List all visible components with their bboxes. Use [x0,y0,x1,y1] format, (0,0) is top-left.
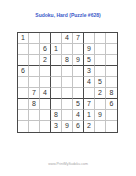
cell-r7c9: 6 [106,99,117,110]
cell-r4c4 [51,66,62,77]
cell-r7c5 [62,99,73,110]
cell-r5c5 [62,77,73,88]
cell-r4c7: 3 [84,66,95,77]
cell-r8c4: 8 [51,110,62,121]
cell-r1c5: 4 [62,33,73,44]
cell-r6c5 [62,88,73,99]
cell-r8c3 [40,110,51,121]
cell-r3c1 [18,55,29,66]
cell-r3c5: 8 [62,55,73,66]
cell-r1c8 [95,33,106,44]
cell-r5c4 [51,77,62,88]
cell-r2c9 [106,44,117,55]
cell-r6c1 [18,88,29,99]
cell-r7c1 [18,99,29,110]
cell-r1c9 [106,33,117,44]
cell-r5c9 [106,77,117,88]
cell-r1c1: 1 [18,33,29,44]
cell-r7c7: 7 [84,99,95,110]
cell-r9c6: 6 [73,121,84,132]
cell-r4c1: 6 [18,66,29,77]
cell-r1c4 [51,33,62,44]
cell-r5c8: 5 [95,77,106,88]
cell-r3c6: 9 [73,55,84,66]
cell-r2c6 [73,44,84,55]
cell-r3c4 [51,55,62,66]
cell-r9c7: 2 [84,121,95,132]
cell-r8c1 [18,110,29,121]
sudoku-page: Sudoku, Hard (Puzzle #628) 1476192895634… [0,0,136,176]
cell-r5c2 [29,77,40,88]
cell-r8c2 [29,110,40,121]
cell-r7c2: 8 [29,99,40,110]
page-title: Sudoku, Hard (Puzzle #628) [0,12,136,18]
cell-r4c6 [73,66,84,77]
cell-r5c1 [18,77,29,88]
cell-r8c9 [106,110,117,121]
cell-r8c5 [62,110,73,121]
cell-r1c2 [29,33,40,44]
cell-r8c7: 1 [84,110,95,121]
cell-r8c8: 9 [95,110,106,121]
cell-r9c2 [29,121,40,132]
cell-r3c2 [29,55,40,66]
cell-r9c8 [95,121,106,132]
cell-r6c9: 8 [106,88,117,99]
cell-r1c6: 7 [73,33,84,44]
cell-r9c3 [40,121,51,132]
cell-r4c5 [62,66,73,77]
footer-url: www.PrintMySudoku.com [0,162,136,166]
cell-r4c8 [95,66,106,77]
cell-r7c8 [95,99,106,110]
cell-r6c4 [51,88,62,99]
cell-r5c7: 4 [84,77,95,88]
cell-r6c6 [73,88,84,99]
cell-r1c3 [40,33,51,44]
cell-r3c9 [106,55,117,66]
cell-r7c3 [40,99,51,110]
cell-r9c4: 3 [51,121,62,132]
cell-r2c3: 6 [40,44,51,55]
cell-r2c2 [29,44,40,55]
cell-r2c4: 1 [51,44,62,55]
cell-r2c7: 9 [84,44,95,55]
cell-r1c7 [84,33,95,44]
cell-r6c7 [84,88,95,99]
cell-r4c3 [40,66,51,77]
cell-r3c7: 5 [84,55,95,66]
sudoku-grid: 147619289563457428857684193962 [17,32,118,133]
cell-r6c2: 7 [29,88,40,99]
cell-r9c9 [106,121,117,132]
cell-r6c8: 2 [95,88,106,99]
cell-r2c5 [62,44,73,55]
cell-r2c8 [95,44,106,55]
cell-r5c6 [73,77,84,88]
cell-r4c9 [106,66,117,77]
cell-r6c3: 4 [40,88,51,99]
cell-r7c6: 5 [73,99,84,110]
cell-r9c5: 9 [62,121,73,132]
cell-r8c6: 4 [73,110,84,121]
cell-r5c3 [40,77,51,88]
cell-r3c3: 2 [40,55,51,66]
cell-r3c8 [95,55,106,66]
cell-r4c2 [29,66,40,77]
cell-r2c1 [18,44,29,55]
cell-r9c1 [18,121,29,132]
cell-r7c4 [51,99,62,110]
